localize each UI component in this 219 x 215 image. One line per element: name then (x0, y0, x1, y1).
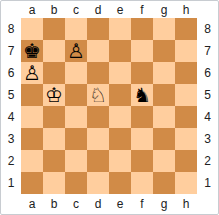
piece-black-knight[interactable]: ♞ (133, 84, 151, 106)
square-e6[interactable] (109, 62, 131, 84)
square-f8[interactable] (131, 18, 153, 40)
square-d8[interactable] (87, 18, 109, 40)
rank-label-2-left: 2 (1, 150, 21, 172)
board-corner (197, 2, 218, 18)
board-corner (1, 194, 21, 213)
square-h2[interactable] (175, 150, 197, 172)
square-e4[interactable] (109, 106, 131, 128)
square-a2[interactable] (21, 150, 43, 172)
square-d7[interactable] (87, 40, 109, 62)
square-b5[interactable]: ♔ (43, 84, 65, 106)
square-c5[interactable] (65, 84, 87, 106)
piece-white-king[interactable]: ♔ (45, 84, 63, 106)
file-label-e-top: e (109, 2, 131, 18)
square-d1[interactable] (87, 172, 109, 194)
square-f7[interactable] (131, 40, 153, 62)
square-d5[interactable]: ♘ (87, 84, 109, 106)
file-label-c-bottom: c (65, 194, 87, 213)
square-c8[interactable] (65, 18, 87, 40)
file-label-e-bottom: e (109, 194, 131, 213)
chess-diagram-frame: abcdefgh887♚♙76♙65♔♘♞544332211abcdefgh (0, 0, 219, 215)
square-f1[interactable] (131, 172, 153, 194)
square-a7[interactable]: ♚ (21, 40, 43, 62)
piece-black-king[interactable]: ♚ (23, 40, 41, 62)
square-f3[interactable] (131, 128, 153, 150)
square-e2[interactable] (109, 150, 131, 172)
square-g2[interactable] (153, 150, 175, 172)
rank-label-5-right: 5 (197, 84, 218, 106)
square-g7[interactable] (153, 40, 175, 62)
square-h8[interactable] (175, 18, 197, 40)
file-label-d-bottom: d (87, 194, 109, 213)
square-g3[interactable] (153, 128, 175, 150)
square-d6[interactable] (87, 62, 109, 84)
rank-label-7-left: 7 (1, 40, 21, 62)
square-a4[interactable] (21, 106, 43, 128)
square-b4[interactable] (43, 106, 65, 128)
file-label-h-top: h (175, 2, 197, 18)
square-c6[interactable] (65, 62, 87, 84)
square-f4[interactable] (131, 106, 153, 128)
square-d3[interactable] (87, 128, 109, 150)
rank-label-6-right: 6 (197, 62, 218, 84)
square-e1[interactable] (109, 172, 131, 194)
square-d4[interactable] (87, 106, 109, 128)
square-a3[interactable] (21, 128, 43, 150)
square-h7[interactable] (175, 40, 197, 62)
square-g8[interactable] (153, 18, 175, 40)
square-b2[interactable] (43, 150, 65, 172)
square-a8[interactable] (21, 18, 43, 40)
square-h6[interactable] (175, 62, 197, 84)
rank-label-2-right: 2 (197, 150, 218, 172)
square-a6[interactable]: ♙ (21, 62, 43, 84)
chessboard: abcdefgh887♚♙76♙65♔♘♞544332211abcdefgh (1, 2, 218, 213)
rank-label-1-right: 1 (197, 172, 218, 194)
square-b7[interactable] (43, 40, 65, 62)
square-g4[interactable] (153, 106, 175, 128)
rank-label-6-left: 6 (1, 62, 21, 84)
rank-label-3-left: 3 (1, 128, 21, 150)
rank-label-3-right: 3 (197, 128, 218, 150)
rank-label-4-right: 4 (197, 106, 218, 128)
piece-white-knight[interactable]: ♘ (89, 84, 107, 106)
square-a5[interactable] (21, 84, 43, 106)
piece-white-pawn[interactable]: ♙ (67, 40, 85, 62)
square-h4[interactable] (175, 106, 197, 128)
square-c7[interactable]: ♙ (65, 40, 87, 62)
square-e7[interactable] (109, 40, 131, 62)
file-label-g-bottom: g (153, 194, 175, 213)
square-b3[interactable] (43, 128, 65, 150)
board-corner (1, 2, 21, 18)
square-f6[interactable] (131, 62, 153, 84)
file-label-a-bottom: a (21, 194, 43, 213)
square-h3[interactable] (175, 128, 197, 150)
square-e5[interactable] (109, 84, 131, 106)
square-d2[interactable] (87, 150, 109, 172)
square-b8[interactable] (43, 18, 65, 40)
square-c4[interactable] (65, 106, 87, 128)
file-label-f-bottom: f (131, 194, 153, 213)
file-label-c-top: c (65, 2, 87, 18)
square-c1[interactable] (65, 172, 87, 194)
square-b1[interactable] (43, 172, 65, 194)
square-g1[interactable] (153, 172, 175, 194)
square-a1[interactable] (21, 172, 43, 194)
square-f5[interactable]: ♞ (131, 84, 153, 106)
square-c2[interactable] (65, 150, 87, 172)
square-h1[interactable] (175, 172, 197, 194)
file-label-g-top: g (153, 2, 175, 18)
file-label-f-top: f (131, 2, 153, 18)
square-c3[interactable] (65, 128, 87, 150)
rank-label-4-left: 4 (1, 106, 21, 128)
file-label-b-bottom: b (43, 194, 65, 213)
square-g6[interactable] (153, 62, 175, 84)
board-corner (197, 194, 218, 213)
file-label-a-top: a (21, 2, 43, 18)
file-label-b-top: b (43, 2, 65, 18)
square-h5[interactable] (175, 84, 197, 106)
piece-white-pawn[interactable]: ♙ (23, 62, 41, 84)
rank-label-1-left: 1 (1, 172, 21, 194)
square-f2[interactable] (131, 150, 153, 172)
square-b6[interactable] (43, 62, 65, 84)
rank-label-8-right: 8 (197, 18, 218, 40)
file-label-d-top: d (87, 2, 109, 18)
rank-label-8-left: 8 (1, 18, 21, 40)
square-e3[interactable] (109, 128, 131, 150)
file-label-h-bottom: h (175, 194, 197, 213)
square-e8[interactable] (109, 18, 131, 40)
rank-label-7-right: 7 (197, 40, 218, 62)
square-g5[interactable] (153, 84, 175, 106)
rank-label-5-left: 5 (1, 84, 21, 106)
